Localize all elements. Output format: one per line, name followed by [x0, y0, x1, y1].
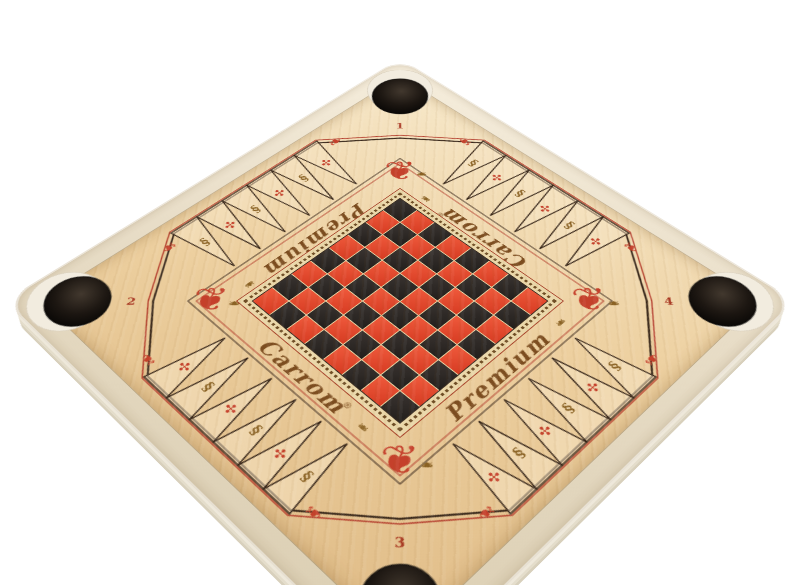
checker-square-c2: [307, 301, 343, 328]
corner-damask-se: ❦ ❧ ❧: [380, 437, 434, 483]
leaf-scroll-icon: ❧: [420, 457, 434, 473]
point-motif-icon: ✣: [173, 357, 196, 375]
leaf-scroll-icon: ❧: [420, 457, 434, 473]
point-motif-icon: §: [509, 444, 530, 461]
backgammon-point: [189, 368, 283, 442]
corner-damask-nw: ❦ ❧ ❧: [384, 156, 427, 185]
point-motif-icon: ✣: [268, 443, 292, 463]
checker-square-f4: [401, 315, 437, 343]
backgammon-point: [466, 410, 562, 489]
checker-square-f2: [362, 344, 399, 373]
checker-square-f3: [382, 330, 419, 359]
text-scroll-icon: ❧: [551, 315, 570, 329]
checker-square-e3: [363, 315, 399, 343]
point-motif-icon: ✣: [533, 420, 557, 440]
point-motif-icon: §: [296, 467, 317, 485]
playing-surface: §✣§✣§✣❧❧ §✣§✣§✣❧❧ §✣§✣§✣❧❧ §✣§✣§✣❧❧ ❦ ❧ …: [41, 76, 759, 585]
corner-damask-sw: ❦ ❧ ❧: [190, 281, 243, 317]
checker-square-b1: [270, 301, 306, 328]
band-end-scroll-icon: ❧: [323, 133, 348, 149]
surface-decoration: §✣§✣§✣❧❧ §✣§✣§✣❧❧ §✣§✣§✣❧❧ §✣§✣§✣❧❧ ❦ ❧ …: [41, 76, 759, 585]
checker-square-e4: [382, 301, 418, 328]
damask-icon: ❦: [380, 437, 420, 483]
band-end-scroll-icon: ❧: [156, 237, 183, 257]
checker-square-g6: [457, 301, 493, 328]
scene: §✣§✣§✣❧❧ §✣§✣§✣❧❧ §✣§✣§✣❧❧ §✣§✣§✣❧❧ ❦ ❧ …: [0, 0, 800, 585]
point-motif-icon: §: [605, 358, 625, 373]
backgammon-point: [144, 328, 236, 398]
text-scroll-icon: ❧: [353, 419, 373, 436]
corner-number-label: 4: [663, 295, 675, 306]
premium-label: Premium: [438, 327, 557, 426]
product-photo-background: §✣§✣§✣❧❧ §✣§✣§✣❧❧ §✣§✣§✣❧❧ §✣§✣§✣❧❧ ❦ ❧ …: [0, 0, 800, 585]
point-motif-icon: ✣: [581, 378, 604, 396]
backgammon-point: [564, 328, 656, 398]
damask-icon: ❦: [190, 281, 230, 317]
carrom-board: §✣§✣§✣❧❧ §✣§✣§✣❧❧ §✣§✣§✣❧❧ §✣§✣§✣❧❧ ❦ ❧ …: [4, 58, 796, 585]
checker-square-h1: [381, 391, 419, 422]
corner-number-label: 3: [395, 534, 406, 550]
corner-number-1: 1: [396, 121, 404, 130]
checker-square-h7: [494, 301, 530, 328]
corner-number-label: 2: [125, 295, 136, 306]
corner-number-3: 3: [395, 534, 406, 550]
corner-number-label: 1: [396, 121, 404, 130]
checker-square-h2: [401, 375, 439, 406]
leaf-scroll-icon: ❧: [416, 169, 427, 179]
checker-square-g3: [401, 344, 438, 373]
corner-number-4: 4: [663, 295, 675, 306]
checker-square-h3: [420, 359, 458, 389]
point-motif-icon: §: [197, 379, 217, 395]
checker-square-g1: [361, 375, 399, 406]
checker-square-f1: [342, 359, 380, 389]
band-end-scroll-icon: ❧: [297, 498, 330, 527]
checker-square-g2: [381, 359, 419, 389]
corner-damask-ne: ❦ ❧ ❧: [569, 281, 622, 317]
checker-square-e2: [343, 330, 380, 359]
checker-square-g4: [420, 330, 457, 359]
backgammon-point: [540, 347, 633, 419]
registered-mark: ®: [340, 399, 355, 411]
band-end-scroll-icon: ❧: [618, 237, 645, 257]
text-scroll-icon: ❧: [353, 419, 373, 436]
point-motif-icon: ✣: [481, 466, 506, 487]
band-end-scroll-icon: ❧: [453, 133, 478, 149]
corner-number-2: 2: [125, 295, 136, 306]
damask-icon: ❦: [384, 156, 416, 185]
backgammon-point: [440, 432, 537, 513]
point-motif-icon: §: [245, 422, 266, 439]
damask-icon: ❦: [569, 281, 609, 317]
text-scroll-icon: ❧: [551, 315, 570, 329]
band-end-scroll-icon: ❧: [470, 498, 503, 527]
